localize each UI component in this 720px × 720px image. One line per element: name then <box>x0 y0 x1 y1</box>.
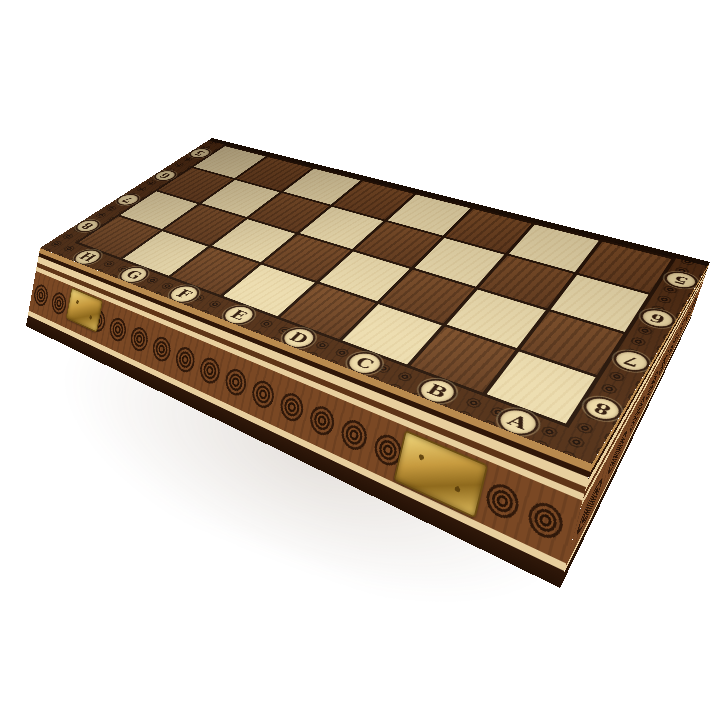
product-photo: HGFEDCBA55667788 <box>0 0 720 720</box>
brass-clasp-right <box>393 430 488 519</box>
brass-clasp-left <box>66 287 103 333</box>
